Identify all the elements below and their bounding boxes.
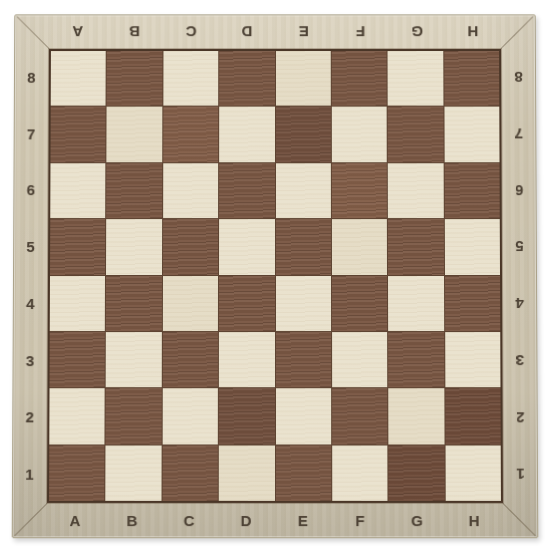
board-field — [47, 49, 503, 503]
square-a3[interactable] — [50, 332, 106, 388]
square-h3[interactable] — [445, 332, 501, 388]
file-label-top-g: G — [388, 15, 445, 49]
square-b5[interactable] — [106, 219, 161, 274]
square-a2[interactable] — [49, 388, 105, 444]
square-a7[interactable] — [50, 107, 105, 162]
rank-label-left-8: 8 — [15, 49, 49, 105]
rank-label-right-7: 7 — [501, 105, 535, 161]
square-g7[interactable] — [388, 107, 443, 162]
file-label-bottom-h: H — [446, 503, 503, 537]
file-labels-top: ABCDEFGH — [49, 15, 501, 49]
square-e5[interactable] — [275, 219, 330, 274]
square-a4[interactable] — [50, 275, 106, 330]
square-d6[interactable] — [219, 163, 274, 218]
rank-label-right-4: 4 — [502, 275, 536, 332]
frame-miter-top-right — [500, 16, 533, 49]
rank-label-left-6: 6 — [14, 162, 48, 219]
file-label-top-b: B — [105, 15, 162, 49]
rank-labels-right: 87654321 — [501, 49, 537, 503]
square-h8[interactable] — [444, 51, 499, 106]
file-label-bottom-c: C — [161, 503, 218, 537]
square-e7[interactable] — [275, 107, 330, 162]
square-c7[interactable] — [163, 107, 218, 162]
square-d1[interactable] — [219, 445, 275, 501]
square-e4[interactable] — [276, 275, 331, 330]
square-f3[interactable] — [332, 332, 388, 388]
square-f1[interactable] — [332, 445, 388, 501]
square-c1[interactable] — [162, 445, 218, 501]
square-g1[interactable] — [389, 445, 445, 501]
square-c5[interactable] — [163, 219, 218, 274]
square-f6[interactable] — [332, 163, 387, 218]
square-a1[interactable] — [49, 445, 105, 501]
square-f8[interactable] — [332, 51, 387, 106]
square-g4[interactable] — [388, 275, 444, 330]
square-d8[interactable] — [219, 51, 274, 106]
file-label-top-f: F — [331, 15, 388, 49]
square-g2[interactable] — [388, 388, 444, 444]
square-f4[interactable] — [332, 275, 387, 330]
square-e3[interactable] — [276, 332, 331, 388]
square-d7[interactable] — [219, 107, 274, 162]
square-a8[interactable] — [51, 51, 106, 106]
chess-board: ABCDEFGH ABCDEFGH 87654321 87654321 — [12, 14, 539, 538]
file-label-bottom-d: D — [218, 503, 275, 537]
square-g5[interactable] — [388, 219, 443, 274]
file-label-bottom-b: B — [104, 503, 161, 537]
frame-miter-bottom-left — [14, 503, 48, 537]
file-label-bottom-a: A — [47, 503, 104, 537]
square-e1[interactable] — [276, 445, 332, 501]
square-c4[interactable] — [163, 275, 218, 330]
square-d3[interactable] — [219, 332, 274, 388]
square-e6[interactable] — [275, 163, 330, 218]
rank-label-right-3: 3 — [502, 332, 536, 389]
file-label-top-e: E — [275, 15, 332, 49]
square-b7[interactable] — [107, 107, 162, 162]
rank-label-right-8: 8 — [501, 49, 535, 105]
square-b6[interactable] — [107, 163, 162, 218]
rank-label-left-1: 1 — [13, 446, 47, 503]
square-b4[interactable] — [106, 275, 162, 330]
rank-label-left-3: 3 — [13, 332, 47, 389]
square-b1[interactable] — [106, 445, 162, 501]
rank-label-right-1: 1 — [503, 446, 537, 503]
square-g6[interactable] — [388, 163, 443, 218]
file-label-top-h: H — [444, 15, 501, 49]
square-a6[interactable] — [50, 163, 105, 218]
square-e8[interactable] — [275, 51, 330, 106]
square-b8[interactable] — [107, 51, 162, 106]
square-f5[interactable] — [332, 219, 387, 274]
square-f2[interactable] — [332, 388, 388, 444]
rank-label-left-2: 2 — [13, 389, 47, 446]
rank-label-right-5: 5 — [502, 218, 536, 275]
square-h5[interactable] — [444, 219, 500, 274]
file-label-bottom-g: G — [389, 503, 446, 537]
photo-background: ABCDEFGH ABCDEFGH 87654321 87654321 — [0, 0, 550, 550]
frame-miter-top-left — [17, 16, 50, 49]
square-b2[interactable] — [106, 388, 162, 444]
rank-label-left-5: 5 — [14, 218, 48, 275]
square-c3[interactable] — [163, 332, 219, 388]
square-h4[interactable] — [445, 275, 501, 330]
square-c8[interactable] — [163, 51, 218, 106]
file-label-top-d: D — [218, 15, 275, 49]
rank-label-right-6: 6 — [502, 162, 536, 219]
square-d5[interactable] — [219, 219, 274, 274]
square-d2[interactable] — [219, 388, 275, 444]
rank-label-left-4: 4 — [14, 275, 48, 332]
square-g8[interactable] — [388, 51, 443, 106]
square-c2[interactable] — [162, 388, 218, 444]
file-labels-bottom: ABCDEFGH — [47, 503, 503, 537]
rank-label-right-2: 2 — [502, 389, 536, 446]
square-d4[interactable] — [219, 275, 274, 330]
file-label-top-c: C — [162, 15, 219, 49]
square-h7[interactable] — [444, 107, 499, 162]
square-c6[interactable] — [163, 163, 218, 218]
file-label-bottom-f: F — [332, 503, 389, 537]
rank-labels-left: 87654321 — [13, 49, 49, 503]
square-e2[interactable] — [276, 388, 332, 444]
file-label-top-a: A — [49, 15, 106, 49]
square-f7[interactable] — [332, 107, 387, 162]
square-h1[interactable] — [445, 445, 501, 501]
file-label-bottom-e: E — [275, 503, 332, 537]
square-h2[interactable] — [445, 388, 501, 444]
square-h6[interactable] — [444, 163, 499, 218]
square-a5[interactable] — [50, 219, 106, 274]
square-b3[interactable] — [106, 332, 162, 388]
frame-miter-bottom-right — [502, 503, 536, 537]
square-g3[interactable] — [388, 332, 444, 388]
rank-label-left-7: 7 — [15, 105, 49, 161]
